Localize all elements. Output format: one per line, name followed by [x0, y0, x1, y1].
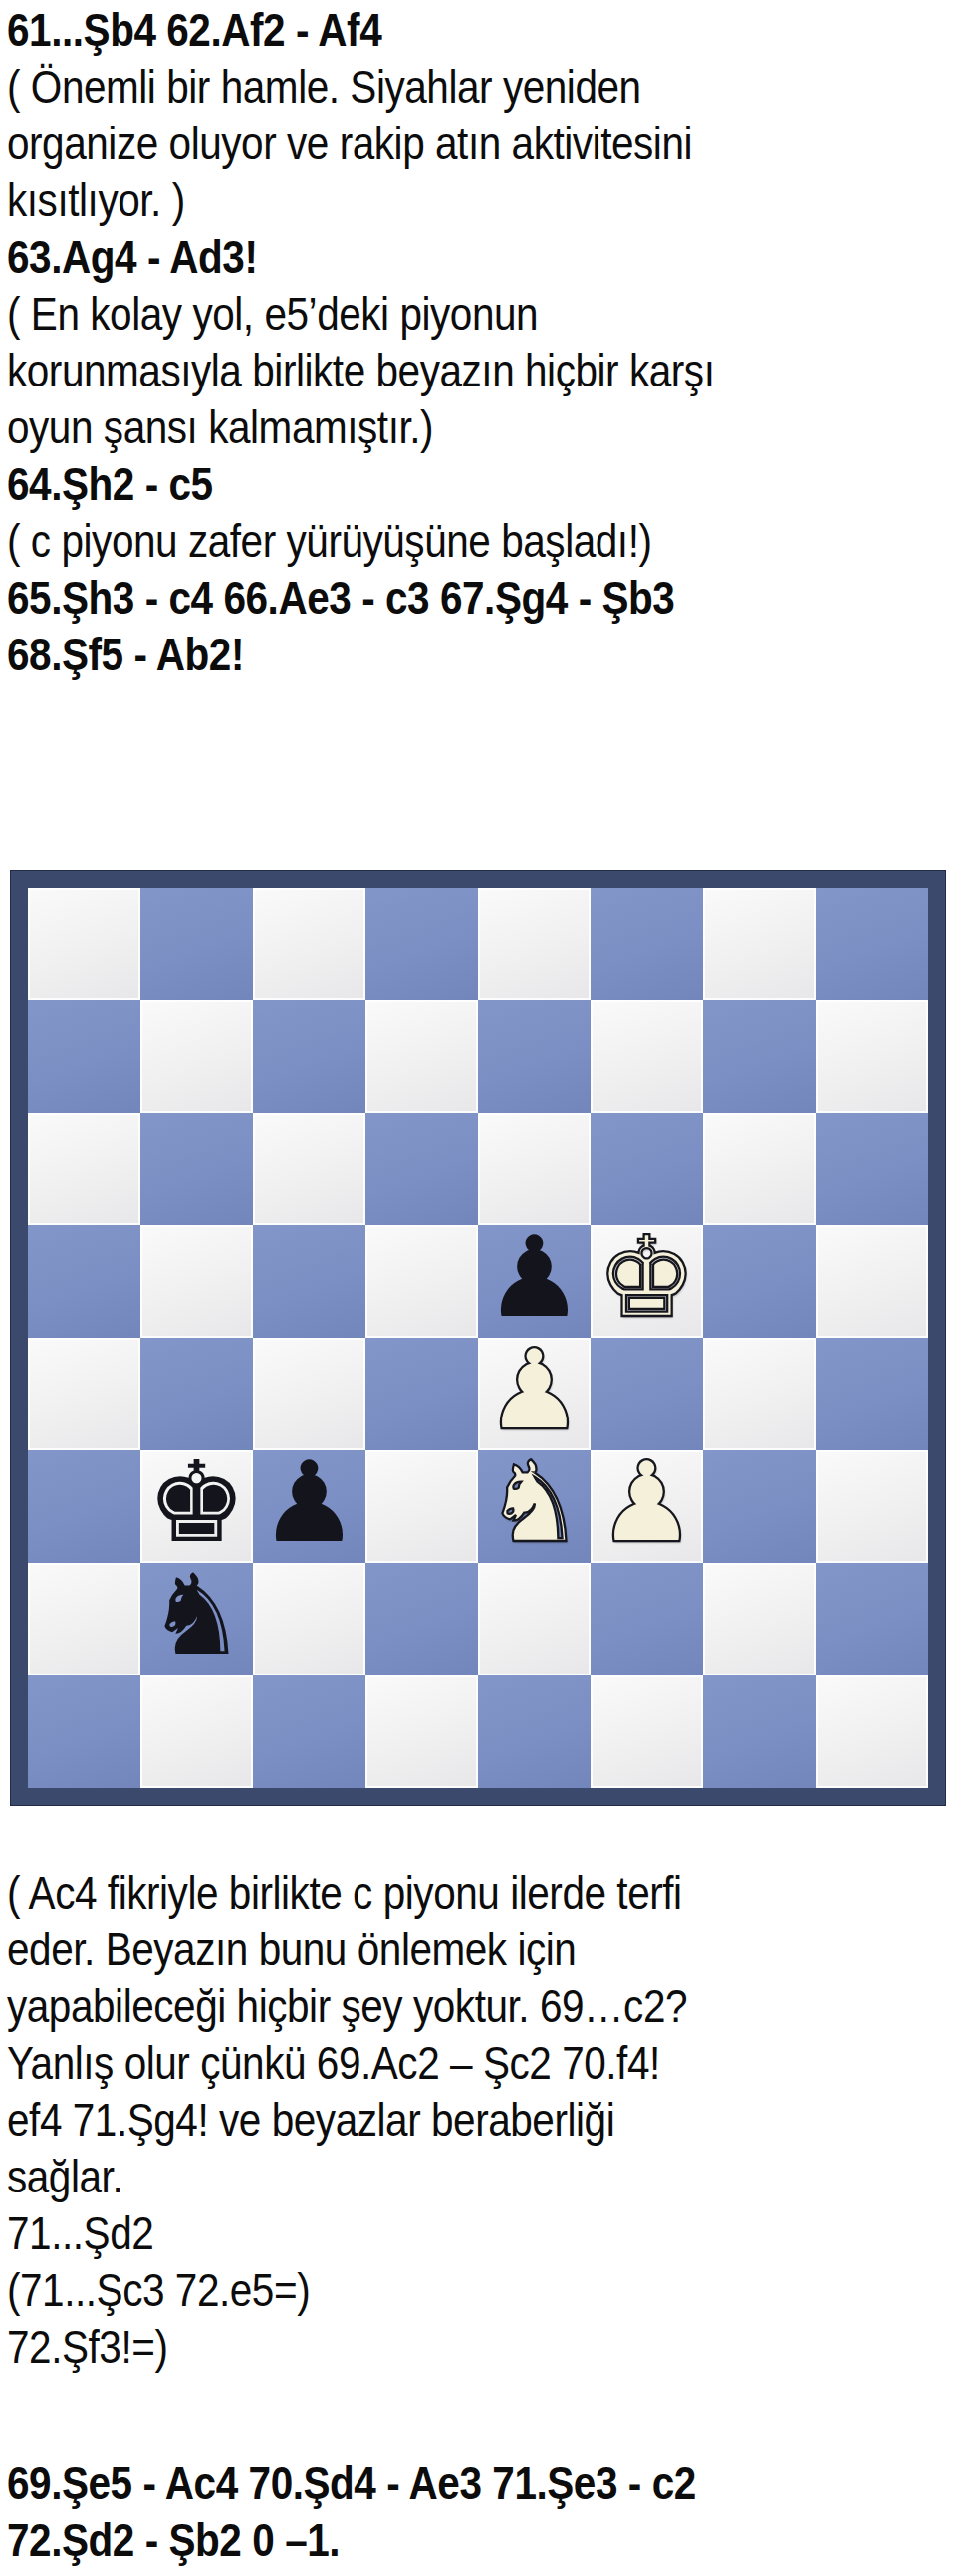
black-pawn: ♟: [259, 1446, 358, 1559]
square-e6: [478, 1113, 591, 1225]
black-king: ♚: [146, 1446, 246, 1559]
chess-board: ♟♚♟♚♟♞♟♞: [28, 888, 928, 1788]
square-g3: [703, 1450, 816, 1563]
square-a2: [28, 1563, 140, 1675]
square-h5: [816, 1225, 928, 1338]
square-b5: [140, 1225, 253, 1338]
comment-text-line: ef4 71.Şg4! ve beyazlar beraberliği: [7, 2092, 842, 2149]
square-d2: [365, 1563, 478, 1675]
square-c2: [253, 1563, 365, 1675]
square-e4: ♟: [478, 1338, 591, 1450]
square-c4: [253, 1338, 365, 1450]
square-a8: [28, 888, 140, 1000]
top-annotation-text: 61...Şb4 62.Af2 - Af4( Önemli bir hamle.…: [7, 2, 956, 683]
square-b4: [140, 1338, 253, 1450]
square-d3: [365, 1450, 478, 1563]
square-e5: ♟: [478, 1225, 591, 1338]
square-d1: [365, 1675, 478, 1788]
square-g2: [703, 1563, 816, 1675]
square-e7: [478, 1000, 591, 1113]
square-a4: [28, 1338, 140, 1450]
square-c7: [253, 1000, 365, 1113]
square-b7: [140, 1000, 253, 1113]
square-b3: ♚: [140, 1450, 253, 1563]
square-h8: [816, 888, 928, 1000]
bottom-annotation-text: ( Ac4 fikriyle birlikte c piyonu ilerde …: [7, 1865, 956, 2569]
square-h3: [816, 1450, 928, 1563]
square-g6: [703, 1113, 816, 1225]
square-h4: [816, 1338, 928, 1450]
move-text-line: 68.Şf5 - Ab2!: [7, 627, 842, 683]
move-text-line: 69.Şe5 - Ac4 70.Şd4 - Ae3 71.Şe3 - c2: [7, 2455, 842, 2512]
comment-text-line: ( c piyonu zafer yürüyüşüne başladı!): [7, 513, 842, 570]
comment-text-line: sağlar.: [7, 2149, 842, 2205]
comment-text-line: ( En kolay yol, e5’deki piyonun: [7, 286, 842, 343]
comment-text-line: 72.Şf3!=): [7, 2319, 842, 2376]
square-h7: [816, 1000, 928, 1113]
square-f4: [591, 1338, 703, 1450]
move-text-line: 64.Şh2 - c5: [7, 456, 842, 513]
square-c8: [253, 888, 365, 1000]
square-c3: ♟: [253, 1450, 365, 1563]
square-e1: [478, 1675, 591, 1788]
comment-text-line: korunmasıyla birlikte beyazın hiçbir kar…: [7, 343, 842, 399]
comment-text-line: (71...Şc3 72.e5=): [7, 2262, 842, 2319]
square-f2: [591, 1563, 703, 1675]
square-f6: [591, 1113, 703, 1225]
square-g5: [703, 1225, 816, 1338]
move-text-line: 63.Ag4 - Ad3!: [7, 229, 842, 286]
white-knight: ♞: [484, 1446, 584, 1559]
black-pawn: ♟: [484, 1221, 584, 1334]
move-text-line: 65.Şh3 - c4 66.Ae3 - c3 67.Şg4 - Şb3: [7, 570, 842, 627]
square-g4: [703, 1338, 816, 1450]
square-h6: [816, 1113, 928, 1225]
square-d8: [365, 888, 478, 1000]
square-e3: ♞: [478, 1450, 591, 1563]
white-pawn: ♟: [484, 1334, 584, 1446]
comment-text-line: Yanlış olur çünkü 69.Ac2 – Şc2 70.f4!: [7, 2035, 842, 2092]
square-c6: [253, 1113, 365, 1225]
square-e8: [478, 888, 591, 1000]
comment-text-line: 71...Şd2: [7, 2205, 842, 2262]
square-a3: [28, 1450, 140, 1563]
square-e2: [478, 1563, 591, 1675]
square-c1: [253, 1675, 365, 1788]
comment-text-line: eder. Beyazın bunu önlemek için: [7, 1922, 842, 1978]
move-text-line: 72.Şd2 - Şb2 0 –1.: [7, 2512, 842, 2569]
square-g8: [703, 888, 816, 1000]
comment-text-line: yapabileceği hiçbir şey yoktur. 69…c2?: [7, 1978, 842, 2035]
square-b8: [140, 888, 253, 1000]
square-c5: [253, 1225, 365, 1338]
comment-text-line: ( Ac4 fikriyle birlikte c piyonu ilerde …: [7, 1865, 842, 1922]
comment-text-line: oyun şansı kalmamıştır.): [7, 399, 842, 456]
square-f5: ♚: [591, 1225, 703, 1338]
square-h1: [816, 1675, 928, 1788]
square-f3: ♟: [591, 1450, 703, 1563]
square-a6: [28, 1113, 140, 1225]
square-g1: [703, 1675, 816, 1788]
square-b2: ♞: [140, 1563, 253, 1675]
square-g7: [703, 1000, 816, 1113]
move-text-line: 61...Şb4 62.Af2 - Af4: [7, 2, 842, 59]
square-a1: [28, 1675, 140, 1788]
square-h2: [816, 1563, 928, 1675]
chess-board-frame: ♟♚♟♚♟♞♟♞: [10, 870, 946, 1806]
square-a7: [28, 1000, 140, 1113]
white-king: ♚: [597, 1221, 696, 1334]
square-b1: [140, 1675, 253, 1788]
white-pawn: ♟: [597, 1446, 696, 1559]
square-f7: [591, 1000, 703, 1113]
comment-text-line: organize oluyor ve rakip atın aktivitesi…: [7, 116, 842, 172]
comment-text-line: kısıtlıyor. ): [7, 172, 842, 229]
square-b6: [140, 1113, 253, 1225]
square-f8: [591, 888, 703, 1000]
black-knight: ♞: [146, 1559, 246, 1672]
square-f1: [591, 1675, 703, 1788]
square-d6: [365, 1113, 478, 1225]
square-d4: [365, 1338, 478, 1450]
comment-text-line: ( Önemli bir hamle. Siyahlar yeniden: [7, 59, 842, 116]
square-a5: [28, 1225, 140, 1338]
square-d5: [365, 1225, 478, 1338]
square-d7: [365, 1000, 478, 1113]
